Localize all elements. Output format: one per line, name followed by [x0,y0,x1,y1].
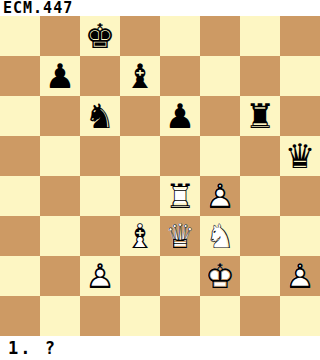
square-h3[interactable] [280,216,320,256]
puzzle-id-title: ECM.447 [3,0,73,16]
piece-black-queen: ♛ [280,136,320,176]
square-a1[interactable] [0,296,40,336]
square-f4[interactable]: ♟♙ [200,176,240,216]
square-e1[interactable] [160,296,200,336]
square-c4[interactable] [80,176,120,216]
square-g5[interactable] [240,136,280,176]
square-h6[interactable] [280,96,320,136]
square-c7[interactable] [80,56,120,96]
square-h7[interactable] [280,56,320,96]
piece-white-pawn: ♙ [80,256,120,296]
square-b8[interactable] [40,16,80,56]
square-a7[interactable] [0,56,40,96]
piece-white-pawn: ♙ [280,256,320,296]
square-d8[interactable] [120,16,160,56]
square-b1[interactable] [40,296,80,336]
square-b6[interactable] [40,96,80,136]
square-h2[interactable]: ♟♙ [280,256,320,296]
square-a5[interactable] [0,136,40,176]
square-c5[interactable] [80,136,120,176]
square-f6[interactable] [200,96,240,136]
piece-white-queen: ♕ [160,216,200,256]
square-c2[interactable]: ♟♙ [80,256,120,296]
square-e2[interactable] [160,256,200,296]
square-f5[interactable] [200,136,240,176]
square-g7[interactable] [240,56,280,96]
square-e7[interactable] [160,56,200,96]
square-e3[interactable]: ♛♕ [160,216,200,256]
square-d6[interactable] [120,96,160,136]
piece-white-knight: ♘ [200,216,240,256]
square-e5[interactable] [160,136,200,176]
square-e4[interactable]: ♜♖ [160,176,200,216]
white-queen-fill: ♛ [160,216,200,256]
piece-white-pawn: ♙ [200,176,240,216]
square-h4[interactable] [280,176,320,216]
square-d5[interactable] [120,136,160,176]
square-b4[interactable] [40,176,80,216]
square-b5[interactable] [40,136,80,176]
piece-black-pawn: ♟ [40,56,80,96]
square-g2[interactable] [240,256,280,296]
square-a3[interactable] [0,216,40,256]
square-f7[interactable] [200,56,240,96]
piece-white-king: ♔ [200,256,240,296]
move-prompt: 1. ? [8,338,57,358]
square-f2[interactable]: ♚♔ [200,256,240,296]
square-g4[interactable] [240,176,280,216]
square-a4[interactable] [0,176,40,216]
piece-white-rook: ♖ [160,176,200,216]
white-bishop-fill: ♝ [120,216,160,256]
square-c3[interactable] [80,216,120,256]
square-c6[interactable]: ♞ [80,96,120,136]
piece-black-knight: ♞ [80,96,120,136]
white-knight-fill: ♞ [200,216,240,256]
square-h8[interactable] [280,16,320,56]
piece-black-bishop: ♝ [120,56,160,96]
square-g6[interactable]: ♜ [240,96,280,136]
piece-white-bishop: ♗ [120,216,160,256]
white-pawn-fill: ♟ [280,256,320,296]
square-e8[interactable] [160,16,200,56]
square-e6[interactable]: ♟ [160,96,200,136]
square-b2[interactable] [40,256,80,296]
square-h5[interactable]: ♛ [280,136,320,176]
square-g3[interactable] [240,216,280,256]
square-h1[interactable] [280,296,320,336]
square-c8[interactable]: ♚ [80,16,120,56]
piece-black-pawn: ♟ [160,96,200,136]
square-d7[interactable]: ♝ [120,56,160,96]
square-f8[interactable] [200,16,240,56]
piece-black-king: ♚ [80,16,120,56]
square-a2[interactable] [0,256,40,296]
title-bar: ECM.447 [0,0,320,16]
piece-black-rook: ♜ [240,96,280,136]
square-d2[interactable] [120,256,160,296]
square-d3[interactable]: ♝♗ [120,216,160,256]
square-d1[interactable] [120,296,160,336]
white-king-fill: ♚ [200,256,240,296]
square-f1[interactable] [200,296,240,336]
white-pawn-fill: ♟ [200,176,240,216]
chess-board: ♚♟♝♞♟♜♛♜♖♟♙♝♗♛♕♞♘♟♙♚♔♟♙ [0,16,320,336]
square-a8[interactable] [0,16,40,56]
square-f3[interactable]: ♞♘ [200,216,240,256]
square-g1[interactable] [240,296,280,336]
white-pawn-fill: ♟ [80,256,120,296]
white-rook-fill: ♜ [160,176,200,216]
caption-bar: 1. ? [0,336,320,360]
square-d4[interactable] [120,176,160,216]
square-c1[interactable] [80,296,120,336]
square-b3[interactable] [40,216,80,256]
square-g8[interactable] [240,16,280,56]
square-b7[interactable]: ♟ [40,56,80,96]
square-a6[interactable] [0,96,40,136]
